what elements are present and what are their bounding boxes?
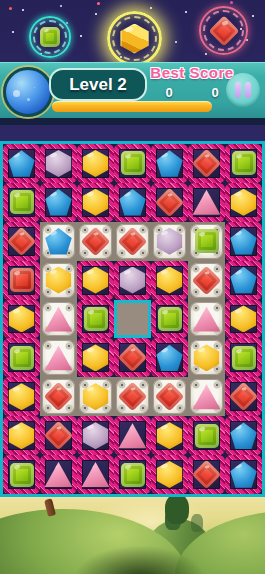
board-cell[interactable] [151,300,188,339]
board-cell[interactable] [225,261,262,300]
board-cell[interactable] [114,455,151,494]
board-cell[interactable] [188,300,225,339]
board-cell[interactable] [188,144,225,183]
board-cell[interactable] [151,261,188,300]
red-square-gem[interactable] [10,268,34,292]
board-cell[interactable] [3,338,40,377]
green-square-gem[interactable] [232,346,256,370]
green-square-gem[interactable] [10,190,34,214]
blue-pentagon-gem[interactable] [45,228,72,255]
board-cell[interactable] [3,222,40,261]
red-diamond-gem[interactable] [118,382,148,412]
board-cell[interactable] [3,183,40,222]
yellow-hexagon-gem[interactable] [82,383,109,410]
blue-ball-mascot [3,67,53,117]
board-cell[interactable] [40,261,77,300]
board-cell[interactable] [188,455,225,494]
board-cell[interactable] [77,377,114,416]
yellow-hexagon-gem[interactable] [45,267,72,294]
board-cell[interactable] [40,455,77,494]
board-cell[interactable] [3,261,40,300]
pink-triangle-gem[interactable] [44,306,73,332]
red-diamond-gem[interactable] [229,382,259,412]
header-shadow [0,118,265,125]
board-cell[interactable] [3,416,40,455]
board-cell[interactable] [77,183,114,222]
blue-pentagon-gem[interactable] [230,228,257,255]
red-gem-booster[interactable] [199,6,248,55]
score-value: 0 [211,85,218,100]
yellow-hexagon-gem[interactable] [82,344,109,371]
board-cell[interactable] [3,300,40,339]
pink-triangle-gem[interactable] [81,462,110,488]
pause-icon [235,82,241,98]
board-cell[interactable] [151,455,188,494]
game-screen: Level 2 Best Score 0 0 [0,0,265,574]
game-board [0,141,265,497]
board-cell[interactable] [225,144,262,183]
green-square-gem[interactable] [10,346,34,370]
yellow-hexagon-gem[interactable] [193,344,220,371]
yellow-hexagon-gem[interactable] [8,422,35,449]
green-square-gem-icon [40,27,60,47]
green-square-gem[interactable] [158,307,182,331]
valley-shadow [75,546,205,574]
board-cell[interactable] [77,416,114,455]
board-cell[interactable] [77,338,114,377]
board-cell[interactable] [225,300,262,339]
best-value: 0 [165,85,172,100]
green-square-gem[interactable] [10,463,34,487]
board-cell[interactable] [114,338,151,377]
board-cell[interactable] [77,222,114,261]
lavender-hexagon-gem[interactable] [119,267,146,294]
board-cell[interactable] [225,455,262,494]
green-square-gem[interactable] [195,229,219,253]
score-values: 0 0 [146,85,238,100]
board-cell[interactable] [114,416,151,455]
red-diamond-gem[interactable] [44,382,74,412]
progress-fill [52,101,212,112]
level-label: Level 2 [69,75,127,95]
board-cell[interactable] [151,338,188,377]
board-cell[interactable] [114,222,151,261]
empty-cell [114,300,151,339]
pause-button[interactable] [226,73,260,107]
board-cell[interactable] [225,416,262,455]
yellow-hexagon-gem[interactable] [156,461,183,488]
board-cell[interactable] [3,455,40,494]
colored-stars [0,0,3,3]
blue-pentagon-gem[interactable] [230,267,257,294]
board-cell[interactable] [40,300,77,339]
yellow-hexagon-gem[interactable] [156,422,183,449]
board-cell[interactable] [188,222,225,261]
yellow-hexagon-gem[interactable] [82,267,109,294]
gold-gem-icon [120,24,150,54]
red-diamond-gem[interactable] [155,382,185,412]
yellow-hexagon-gem[interactable] [82,189,109,216]
board-cell[interactable] [188,338,225,377]
tree-silhouette [165,497,189,524]
blue-pentagon-gem[interactable] [156,150,183,177]
board-cell[interactable] [3,144,40,183]
level-badge: Level 2 [49,68,147,101]
red-diamond-gem[interactable] [192,149,222,179]
board-cell[interactable] [151,144,188,183]
board-cell[interactable] [114,261,151,300]
red-diamond-gem[interactable] [118,226,148,256]
yellow-hexagon-gem[interactable] [230,189,257,216]
board-cell[interactable] [3,377,40,416]
best-score-label: Best Score [146,64,238,81]
green-square-gem[interactable] [121,463,145,487]
green-square-gem[interactable] [195,424,219,448]
yellow-hexagon-gem[interactable] [230,305,257,332]
board-cell[interactable] [188,261,225,300]
yellow-gem-booster[interactable] [107,11,162,66]
lavender-hexagon-gem[interactable] [45,150,72,177]
board-cell[interactable] [40,144,77,183]
red-diamond-gem[interactable] [81,226,111,256]
green-gem-booster[interactable] [29,16,71,58]
board-cell[interactable] [40,222,77,261]
board-cell[interactable] [77,144,114,183]
board-cell[interactable] [114,377,151,416]
blue-pentagon-gem[interactable] [156,344,183,371]
board-cell[interactable] [151,183,188,222]
red-diamond-gem[interactable] [118,343,148,373]
pink-triangle-gem[interactable] [44,462,73,488]
board-cell[interactable] [188,377,225,416]
yellow-hexagon-gem[interactable] [8,305,35,332]
board-cell[interactable] [151,222,188,261]
red-diamond-gem[interactable] [7,226,37,256]
pink-triangle-gem[interactable] [192,306,221,332]
board-cell[interactable] [40,338,77,377]
board-cell[interactable] [225,222,262,261]
board-cell[interactable] [77,261,114,300]
board-cell[interactable] [151,377,188,416]
red-diamond-gem-icon [208,15,239,46]
board-cell[interactable] [225,377,262,416]
board-cell[interactable] [40,377,77,416]
blue-pentagon-gem[interactable] [8,150,35,177]
blue-pentagon-gem[interactable] [45,189,72,216]
board-cell[interactable] [188,183,225,222]
lavender-hexagon-gem[interactable] [156,228,183,255]
board-cell[interactable] [40,416,77,455]
yellow-hexagon-gem[interactable] [82,150,109,177]
pink-triangle-gem[interactable] [192,384,221,410]
green-square-gem[interactable] [232,151,256,175]
green-square-gem[interactable] [121,151,145,175]
board-cell[interactable] [77,455,114,494]
lavender-hexagon-gem[interactable] [82,422,109,449]
landscape-background [0,497,265,574]
blue-pentagon-gem[interactable] [230,422,257,449]
pause-icon [245,82,251,98]
pink-triangle-gem[interactable] [192,189,221,215]
pink-triangle-gem[interactable] [44,345,73,371]
board-cell[interactable] [188,416,225,455]
board-cell[interactable] [225,183,262,222]
red-diamond-gem[interactable] [155,187,185,217]
board-cell[interactable] [151,416,188,455]
pink-triangle-gem[interactable] [118,423,147,449]
red-diamond-gem[interactable] [192,460,222,490]
red-diamond-gem[interactable] [44,421,74,451]
progress-track [52,101,212,112]
board-grid [3,144,262,494]
green-square-gem[interactable] [84,307,108,331]
board-cell[interactable] [114,183,151,222]
board-cell[interactable] [114,144,151,183]
red-diamond-gem[interactable] [192,265,222,295]
yellow-hexagon-gem[interactable] [156,267,183,294]
board-cell[interactable] [77,300,114,339]
board-cell[interactable] [225,338,262,377]
yellow-hexagon-gem[interactable] [8,383,35,410]
blue-pentagon-gem[interactable] [119,189,146,216]
board-cell[interactable] [40,183,77,222]
blue-pentagon-gem[interactable] [230,461,257,488]
